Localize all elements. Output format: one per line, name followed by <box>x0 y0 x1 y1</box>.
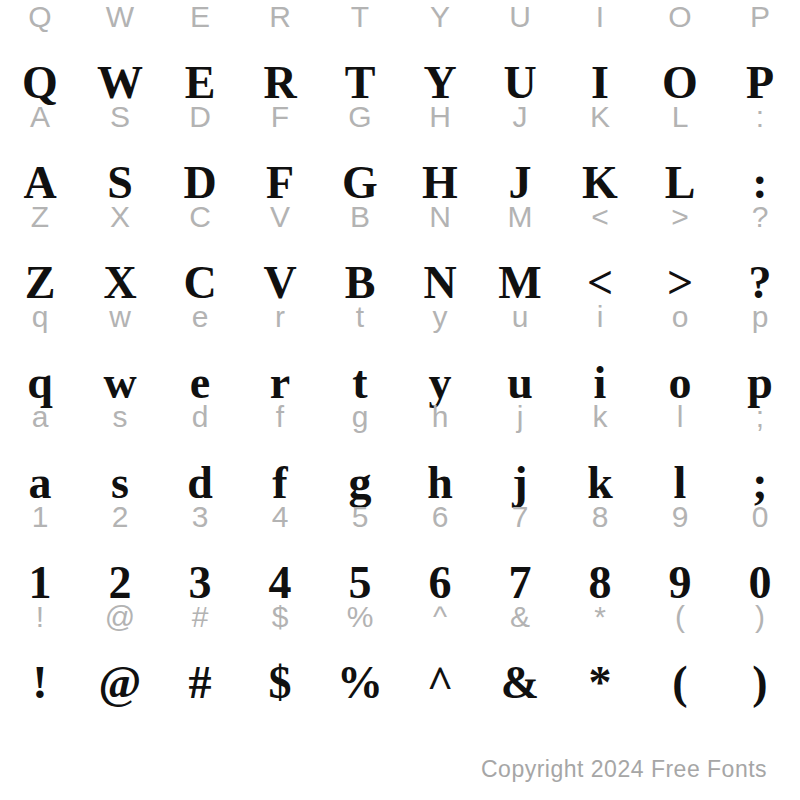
preview-char: t <box>320 300 400 334</box>
specimen-char: ) <box>720 634 800 732</box>
preview-char: ! <box>0 600 80 634</box>
preview-char: o <box>640 300 720 334</box>
preview-char: G <box>320 100 400 134</box>
specimen-section-2: ZXCVBNM<>?ZXCVBNM<>? <box>0 200 800 300</box>
preview-char: ( <box>640 600 720 634</box>
preview-char: W <box>80 0 160 34</box>
preview-char: E <box>160 0 240 34</box>
preview-char: M <box>480 200 560 234</box>
preview-char: Q <box>0 0 80 34</box>
preview-char: l <box>640 400 720 434</box>
specimen-char: & <box>480 634 560 732</box>
preview-char: y <box>400 300 480 334</box>
preview-char: < <box>560 200 640 234</box>
preview-char: & <box>480 600 560 634</box>
specimen-row-5: 1234567890 <box>0 534 800 600</box>
preview-char: $ <box>240 600 320 634</box>
preview-char: g <box>320 400 400 434</box>
preview-char: 6 <box>400 500 480 534</box>
preview-char: J <box>480 100 560 134</box>
preview-char: : <box>720 100 800 134</box>
preview-char: ^ <box>400 600 480 634</box>
preview-char: # <box>160 600 240 634</box>
preview-char: ) <box>720 600 800 634</box>
preview-row-6: !@#$%^&*() <box>0 600 800 634</box>
preview-char: N <box>400 200 480 234</box>
preview-char: 3 <box>160 500 240 534</box>
preview-char: > <box>640 200 720 234</box>
preview-char: % <box>320 600 400 634</box>
character-grid: QWERTYUIOPQWERTYUIOPASDFGHJKL:ASDFGHJKL:… <box>0 0 800 700</box>
preview-char: r <box>240 300 320 334</box>
preview-char: 4 <box>240 500 320 534</box>
preview-char: F <box>240 100 320 134</box>
specimen-section-6: !@#$%^&*()!@#$%^&*() <box>0 600 800 700</box>
preview-char: d <box>160 400 240 434</box>
preview-char: h <box>400 400 480 434</box>
specimen-section-3: qwertyuiopqwertyuiop <box>0 300 800 400</box>
preview-char: X <box>80 200 160 234</box>
preview-char: q <box>0 300 80 334</box>
preview-char: 2 <box>80 500 160 534</box>
specimen-row-0: QWERTYUIOP <box>0 34 800 100</box>
specimen-section-1: ASDFGHJKL:ASDFGHJKL: <box>0 100 800 200</box>
specimen-char: ^ <box>400 634 480 732</box>
specimen-row-2: ZXCVBNM<>? <box>0 234 800 300</box>
specimen-char: * <box>560 634 640 732</box>
preview-char: a <box>0 400 80 434</box>
preview-char: 0 <box>720 500 800 534</box>
copyright-text: Copyright 2024 Free Fonts <box>481 756 767 783</box>
specimen-char: $ <box>240 634 320 732</box>
preview-char: w <box>80 300 160 334</box>
preview-char: k <box>560 400 640 434</box>
preview-char: * <box>560 600 640 634</box>
preview-char: 8 <box>560 500 640 534</box>
specimen-char: @ <box>80 634 160 732</box>
font-specimen-sheet: QWERTYUIOPQWERTYUIOPASDFGHJKL:ASDFGHJKL:… <box>0 0 800 800</box>
preview-char: I <box>560 0 640 34</box>
preview-char: p <box>720 300 800 334</box>
preview-char: A <box>0 100 80 134</box>
preview-char: R <box>240 0 320 34</box>
preview-row-4: asdfghjkl; <box>0 400 800 434</box>
specimen-row-3: qwertyuiop <box>0 334 800 400</box>
preview-row-2: ZXCVBNM<>? <box>0 200 800 234</box>
preview-row-3: qwertyuiop <box>0 300 800 334</box>
preview-char: K <box>560 100 640 134</box>
preview-char: U <box>480 0 560 34</box>
preview-char: s <box>80 400 160 434</box>
preview-char: 9 <box>640 500 720 534</box>
preview-char: j <box>480 400 560 434</box>
preview-char: V <box>240 200 320 234</box>
preview-char: C <box>160 200 240 234</box>
preview-char: 1 <box>0 500 80 534</box>
specimen-section-5: 12345678901234567890 <box>0 500 800 600</box>
preview-row-0: QWERTYUIOP <box>0 0 800 34</box>
preview-char: u <box>480 300 560 334</box>
specimen-row-4: asdfghjkl; <box>0 434 800 500</box>
preview-char: O <box>640 0 720 34</box>
preview-row-5: 1234567890 <box>0 500 800 534</box>
preview-char: e <box>160 300 240 334</box>
preview-char: D <box>160 100 240 134</box>
specimen-section-0: QWERTYUIOPQWERTYUIOP <box>0 0 800 100</box>
preview-char: 7 <box>480 500 560 534</box>
specimen-section-4: asdfghjkl;asdfghjkl; <box>0 400 800 500</box>
preview-char: ; <box>720 400 800 434</box>
specimen-char: % <box>320 634 400 732</box>
preview-char: L <box>640 100 720 134</box>
preview-char: H <box>400 100 480 134</box>
preview-char: ? <box>720 200 800 234</box>
preview-char: i <box>560 300 640 334</box>
preview-char: 5 <box>320 500 400 534</box>
preview-char: f <box>240 400 320 434</box>
preview-char: S <box>80 100 160 134</box>
specimen-char: ! <box>0 634 80 732</box>
preview-row-1: ASDFGHJKL: <box>0 100 800 134</box>
specimen-row-6: !@#$%^&*() <box>0 634 800 700</box>
specimen-row-1: ASDFGHJKL: <box>0 134 800 200</box>
preview-char: Y <box>400 0 480 34</box>
preview-char: B <box>320 200 400 234</box>
preview-char: T <box>320 0 400 34</box>
specimen-char: # <box>160 634 240 732</box>
preview-char: Z <box>0 200 80 234</box>
preview-char: P <box>720 0 800 34</box>
specimen-char: ( <box>640 634 720 732</box>
preview-char: @ <box>80 600 160 634</box>
